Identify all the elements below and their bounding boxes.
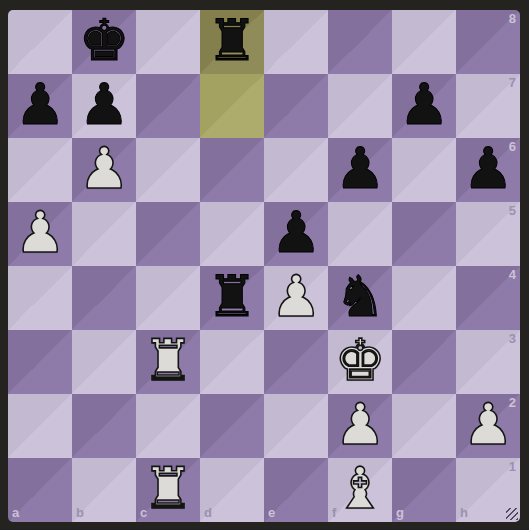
square-a5[interactable]: ♟: [8, 202, 72, 266]
square-f2[interactable]: ♟: [328, 394, 392, 458]
square-g1[interactable]: g: [392, 458, 456, 522]
square-d4[interactable]: ♜: [200, 266, 264, 330]
square-a2[interactable]: [8, 394, 72, 458]
square-c3[interactable]: ♜: [136, 330, 200, 394]
square-e5[interactable]: ♟: [264, 202, 328, 266]
square-a7[interactable]: ♟: [8, 74, 72, 138]
square-g4[interactable]: [392, 266, 456, 330]
square-a8[interactable]: [8, 10, 72, 74]
square-g3[interactable]: [392, 330, 456, 394]
square-h4[interactable]: 4: [456, 266, 520, 330]
piece-white-pawn[interactable]: ♟: [328, 394, 392, 458]
square-f4[interactable]: ♞: [328, 266, 392, 330]
square-b5[interactable]: [72, 202, 136, 266]
piece-white-pawn[interactable]: ♟: [8, 202, 72, 266]
square-a4[interactable]: [8, 266, 72, 330]
square-g8[interactable]: [392, 10, 456, 74]
piece-white-pawn[interactable]: ♟: [72, 138, 136, 202]
square-a6[interactable]: [8, 138, 72, 202]
square-b3[interactable]: [72, 330, 136, 394]
piece-black-pawn[interactable]: ♟: [392, 74, 456, 138]
square-e7[interactable]: [264, 74, 328, 138]
square-b2[interactable]: [72, 394, 136, 458]
piece-white-pawn[interactable]: ♟: [456, 394, 520, 458]
rank-label-4: 4: [509, 267, 516, 282]
square-h3[interactable]: 3: [456, 330, 520, 394]
square-g5[interactable]: [392, 202, 456, 266]
rank-label-3: 3: [509, 331, 516, 346]
square-e8[interactable]: [264, 10, 328, 74]
square-b4[interactable]: [72, 266, 136, 330]
square-f7[interactable]: [328, 74, 392, 138]
piece-black-king[interactable]: ♚: [72, 10, 136, 74]
square-d2[interactable]: [200, 394, 264, 458]
piece-black-pawn[interactable]: ♟: [8, 74, 72, 138]
piece-black-pawn[interactable]: ♟: [72, 74, 136, 138]
square-e3[interactable]: [264, 330, 328, 394]
square-b8[interactable]: ♚: [72, 10, 136, 74]
square-a1[interactable]: a: [8, 458, 72, 522]
square-b1[interactable]: b: [72, 458, 136, 522]
square-b7[interactable]: ♟: [72, 74, 136, 138]
resize-handle-icon[interactable]: [506, 508, 518, 520]
square-e4[interactable]: ♟: [264, 266, 328, 330]
file-label-d: d: [204, 505, 212, 520]
square-h5[interactable]: 5: [456, 202, 520, 266]
square-e6[interactable]: [264, 138, 328, 202]
square-f1[interactable]: ♝f: [328, 458, 392, 522]
file-label-h: h: [460, 505, 468, 520]
chess-board-frame: ♚♜8♟♟♟7♟♟♟6♟♟5♜♟♞4♜♚3♟♟2ab♜cde♝fgh1: [0, 0, 529, 530]
square-g6[interactable]: [392, 138, 456, 202]
piece-white-bishop[interactable]: ♝: [328, 458, 392, 522]
square-d7[interactable]: [200, 74, 264, 138]
piece-black-pawn[interactable]: ♟: [264, 202, 328, 266]
square-c6[interactable]: [136, 138, 200, 202]
file-label-b: b: [76, 505, 84, 520]
rank-label-8: 8: [509, 11, 516, 26]
square-d8[interactable]: ♜: [200, 10, 264, 74]
square-c7[interactable]: [136, 74, 200, 138]
square-c2[interactable]: [136, 394, 200, 458]
square-f3[interactable]: ♚: [328, 330, 392, 394]
piece-white-king[interactable]: ♚: [328, 330, 392, 394]
piece-black-pawn[interactable]: ♟: [456, 138, 520, 202]
file-label-g: g: [396, 505, 404, 520]
square-f8[interactable]: [328, 10, 392, 74]
file-label-e: e: [268, 505, 275, 520]
square-d1[interactable]: d: [200, 458, 264, 522]
piece-black-knight[interactable]: ♞: [328, 266, 392, 330]
square-h8[interactable]: 8: [456, 10, 520, 74]
square-b6[interactable]: ♟: [72, 138, 136, 202]
square-h2[interactable]: ♟2: [456, 394, 520, 458]
rank-label-5: 5: [509, 203, 516, 218]
square-e2[interactable]: [264, 394, 328, 458]
piece-white-pawn[interactable]: ♟: [264, 266, 328, 330]
square-f5[interactable]: [328, 202, 392, 266]
file-label-a: a: [12, 505, 19, 520]
chess-board: ♚♜8♟♟♟7♟♟♟6♟♟5♜♟♞4♜♚3♟♟2ab♜cde♝fgh1: [8, 10, 520, 522]
piece-black-pawn[interactable]: ♟: [328, 138, 392, 202]
square-c8[interactable]: [136, 10, 200, 74]
square-h6[interactable]: ♟6: [456, 138, 520, 202]
square-c5[interactable]: [136, 202, 200, 266]
piece-white-rook[interactable]: ♜: [136, 330, 200, 394]
piece-white-rook[interactable]: ♜: [136, 458, 200, 522]
square-d5[interactable]: [200, 202, 264, 266]
square-g7[interactable]: ♟: [392, 74, 456, 138]
square-h7[interactable]: 7: [456, 74, 520, 138]
square-d3[interactable]: [200, 330, 264, 394]
square-f6[interactable]: ♟: [328, 138, 392, 202]
square-c4[interactable]: [136, 266, 200, 330]
square-e1[interactable]: e: [264, 458, 328, 522]
piece-black-rook[interactable]: ♜: [200, 266, 264, 330]
square-h1[interactable]: h1: [456, 458, 520, 522]
square-c1[interactable]: ♜c: [136, 458, 200, 522]
square-a3[interactable]: [8, 330, 72, 394]
rank-label-1: 1: [509, 459, 516, 474]
square-g2[interactable]: [392, 394, 456, 458]
piece-black-rook[interactable]: ♜: [200, 10, 264, 74]
rank-label-7: 7: [509, 75, 516, 90]
square-d6[interactable]: [200, 138, 264, 202]
